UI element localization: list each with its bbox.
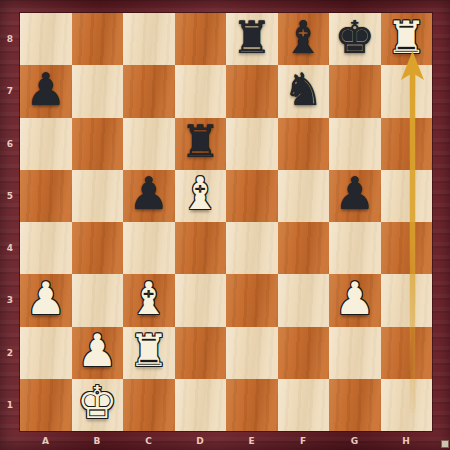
file-label-c: C [123,431,175,450]
square-b7[interactable] [72,65,124,117]
rank-labels: 87654321 [0,13,20,431]
square-g6[interactable] [329,118,381,170]
square-c6[interactable] [123,118,175,170]
square-h4[interactable] [381,222,433,274]
square-a4[interactable] [20,222,72,274]
square-g8[interactable]: ♚ [329,13,381,65]
piece-black-pawn[interactable]: ♟ [335,171,375,216]
square-d6[interactable]: ♜ [175,118,227,170]
chess-diagram: 87654321 ♜♝♚♜♟♞♜♟♝♟♟♝♟♟♜♚ ABCDEFGH [0,0,450,450]
file-label-d: D [175,431,227,450]
square-b2[interactable]: ♟ [72,327,124,379]
square-g1[interactable] [329,379,381,431]
piece-black-knight[interactable]: ♞ [283,67,323,112]
piece-black-rook[interactable]: ♜ [180,119,220,164]
square-d7[interactable] [175,65,227,117]
square-h7[interactable] [381,65,433,117]
square-c8[interactable] [123,13,175,65]
square-a6[interactable] [20,118,72,170]
rank-label-6: 6 [0,118,20,170]
square-g5[interactable]: ♟ [329,170,381,222]
square-e5[interactable] [226,170,278,222]
piece-black-pawn[interactable]: ♟ [26,67,66,112]
file-label-h: H [381,431,433,450]
file-label-a: A [20,431,72,450]
square-e8[interactable]: ♜ [226,13,278,65]
square-b5[interactable] [72,170,124,222]
square-b6[interactable] [72,118,124,170]
piece-white-rook[interactable]: ♜ [386,15,426,60]
piece-black-king[interactable]: ♚ [335,15,375,60]
rank-label-3: 3 [0,274,20,326]
square-h2[interactable] [381,327,433,379]
rank-label-4: 4 [0,222,20,274]
square-h3[interactable] [381,274,433,326]
chess-board: ♜♝♚♜♟♞♜♟♝♟♟♝♟♟♜♚ [20,13,432,431]
square-h8[interactable]: ♜ [381,13,433,65]
square-a1[interactable] [20,379,72,431]
square-d4[interactable] [175,222,227,274]
square-e2[interactable] [226,327,278,379]
piece-white-king[interactable]: ♚ [77,380,117,425]
square-f1[interactable] [278,379,330,431]
square-d1[interactable] [175,379,227,431]
file-label-f: F [278,431,330,450]
square-h5[interactable] [381,170,433,222]
piece-white-rook[interactable]: ♜ [129,328,169,373]
square-f6[interactable] [278,118,330,170]
square-f8[interactable]: ♝ [278,13,330,65]
piece-white-pawn[interactable]: ♟ [26,276,66,321]
square-h1[interactable] [381,379,433,431]
square-c1[interactable] [123,379,175,431]
square-f3[interactable] [278,274,330,326]
square-f7[interactable]: ♞ [278,65,330,117]
square-g3[interactable]: ♟ [329,274,381,326]
square-f5[interactable] [278,170,330,222]
piece-black-pawn[interactable]: ♟ [129,171,169,216]
rank-label-7: 7 [0,65,20,117]
rank-label-8: 8 [0,13,20,65]
corner-marker-icon [441,440,449,448]
rank-label-2: 2 [0,327,20,379]
square-e7[interactable] [226,65,278,117]
piece-white-pawn[interactable]: ♟ [77,328,117,373]
file-label-e: E [226,431,278,450]
square-b8[interactable] [72,13,124,65]
piece-black-rook[interactable]: ♜ [232,15,272,60]
file-label-g: G [329,431,381,450]
piece-black-bishop[interactable]: ♝ [283,15,323,60]
square-f4[interactable] [278,222,330,274]
square-c5[interactable]: ♟ [123,170,175,222]
square-e6[interactable] [226,118,278,170]
square-e3[interactable] [226,274,278,326]
square-a5[interactable] [20,170,72,222]
square-e4[interactable] [226,222,278,274]
piece-white-pawn[interactable]: ♟ [335,276,375,321]
square-g4[interactable] [329,222,381,274]
rank-label-1: 1 [0,379,20,431]
piece-white-bishop[interactable]: ♝ [180,171,220,216]
square-a7[interactable]: ♟ [20,65,72,117]
square-c3[interactable]: ♝ [123,274,175,326]
square-a2[interactable] [20,327,72,379]
piece-white-bishop[interactable]: ♝ [129,276,169,321]
square-c7[interactable] [123,65,175,117]
square-d5[interactable]: ♝ [175,170,227,222]
square-d3[interactable] [175,274,227,326]
square-e1[interactable] [226,379,278,431]
square-a8[interactable] [20,13,72,65]
square-g7[interactable] [329,65,381,117]
square-f2[interactable] [278,327,330,379]
file-labels: ABCDEFGH [20,431,432,450]
square-a3[interactable]: ♟ [20,274,72,326]
square-d8[interactable] [175,13,227,65]
square-h6[interactable] [381,118,433,170]
square-b1[interactable]: ♚ [72,379,124,431]
square-b3[interactable] [72,274,124,326]
square-c4[interactable] [123,222,175,274]
square-c2[interactable]: ♜ [123,327,175,379]
file-label-b: B [72,431,124,450]
rank-label-5: 5 [0,170,20,222]
square-g2[interactable] [329,327,381,379]
square-d2[interactable] [175,327,227,379]
square-b4[interactable] [72,222,124,274]
